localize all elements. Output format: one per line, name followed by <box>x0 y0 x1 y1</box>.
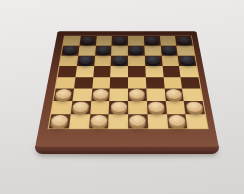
board-square[interactable] <box>147 114 167 128</box>
white-piece[interactable] <box>51 115 69 126</box>
board-square[interactable] <box>72 89 92 101</box>
board-square[interactable] <box>92 77 111 89</box>
black-piece[interactable] <box>81 36 95 43</box>
black-piece[interactable] <box>112 56 126 64</box>
white-piece[interactable] <box>168 115 186 126</box>
board-square[interactable] <box>61 46 79 56</box>
black-piece[interactable] <box>113 36 127 43</box>
board-square[interactable] <box>77 55 95 65</box>
board-square[interactable] <box>111 46 128 56</box>
board-square[interactable] <box>91 89 110 101</box>
board-square[interactable] <box>93 66 111 77</box>
board-square[interactable] <box>175 36 192 45</box>
board-square[interactable] <box>163 77 182 89</box>
board-square[interactable] <box>78 46 95 56</box>
board-square[interactable] <box>94 55 112 65</box>
board-square[interactable] <box>63 36 80 45</box>
board-square[interactable] <box>110 66 128 77</box>
board-square[interactable] <box>70 101 90 114</box>
board-square[interactable] <box>144 36 161 45</box>
board-square[interactable] <box>181 77 201 89</box>
board-square[interactable] <box>95 46 112 56</box>
board-square[interactable] <box>145 55 163 65</box>
board-square[interactable] <box>109 89 128 101</box>
black-piece[interactable] <box>129 46 143 54</box>
board-square[interactable] <box>161 55 179 65</box>
board-square[interactable] <box>112 36 128 45</box>
board-square[interactable] <box>75 66 94 77</box>
board-square[interactable] <box>144 46 161 56</box>
photo-background <box>0 0 244 194</box>
board-square[interactable] <box>146 89 165 101</box>
board-square[interactable] <box>184 101 205 114</box>
board-square[interactable] <box>108 114 128 128</box>
white-piece[interactable] <box>55 89 72 99</box>
white-piece[interactable] <box>185 101 203 111</box>
board-square[interactable] <box>110 77 128 89</box>
board-square[interactable] <box>182 89 202 101</box>
white-piece[interactable] <box>110 101 126 111</box>
board-square[interactable] <box>60 55 78 65</box>
board-square[interactable] <box>146 77 165 89</box>
white-piece[interactable] <box>90 115 107 126</box>
white-piece[interactable] <box>130 115 147 126</box>
board-square[interactable] <box>90 101 110 114</box>
board-square[interactable] <box>128 55 145 65</box>
black-piece[interactable] <box>162 46 177 54</box>
board-square[interactable] <box>145 66 163 77</box>
board-square[interactable] <box>177 46 195 56</box>
board-square[interactable] <box>128 66 146 77</box>
black-piece[interactable] <box>96 46 110 54</box>
board-square[interactable] <box>54 89 74 101</box>
board-square[interactable] <box>51 101 72 114</box>
board-square[interactable] <box>74 77 93 89</box>
board-square[interactable] <box>128 46 145 56</box>
board-square[interactable] <box>49 114 71 128</box>
board-square[interactable] <box>79 36 96 45</box>
board-square[interactable] <box>186 114 208 128</box>
checkers-board <box>35 31 219 147</box>
board-square[interactable] <box>160 46 178 56</box>
board-square[interactable] <box>128 77 146 89</box>
board-square[interactable] <box>128 36 144 45</box>
board-square[interactable] <box>164 89 184 101</box>
white-piece[interactable] <box>148 101 165 111</box>
white-piece[interactable] <box>129 89 145 99</box>
black-piece[interactable] <box>145 36 159 43</box>
board-square[interactable] <box>178 55 196 65</box>
board-square[interactable] <box>96 36 113 45</box>
board-square[interactable] <box>128 101 147 114</box>
black-piece[interactable] <box>78 56 93 64</box>
black-piece[interactable] <box>177 36 192 43</box>
black-piece[interactable] <box>146 56 161 64</box>
board-square[interactable] <box>111 55 128 65</box>
black-piece[interactable] <box>179 56 195 64</box>
board-square[interactable] <box>147 101 167 114</box>
board-square[interactable] <box>159 36 176 45</box>
board-square[interactable] <box>109 101 128 114</box>
white-piece[interactable] <box>72 101 89 111</box>
board-square[interactable] <box>88 114 108 128</box>
playing-grid <box>48 36 209 130</box>
white-piece[interactable] <box>92 89 108 99</box>
board-square[interactable] <box>69 114 90 128</box>
board-square[interactable] <box>56 77 76 89</box>
board-square[interactable] <box>58 66 77 77</box>
white-piece[interactable] <box>166 89 183 99</box>
board-square[interactable] <box>128 114 148 128</box>
board-square[interactable] <box>167 114 188 128</box>
board-square[interactable] <box>128 89 147 101</box>
board-square[interactable] <box>165 101 185 114</box>
board-square[interactable] <box>162 66 181 77</box>
black-piece[interactable] <box>63 46 78 54</box>
board-square[interactable] <box>179 66 198 77</box>
